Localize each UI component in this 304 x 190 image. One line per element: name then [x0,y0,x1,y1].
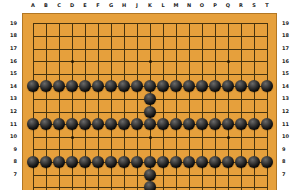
black-stone-R11[interactable] [235,118,247,130]
column-label-E: E [79,0,92,11]
row-label-left-14: 14 [3,83,17,90]
star-point-Q16 [227,60,230,63]
row-label-left-18: 18 [3,32,17,39]
row-label-right-10: 10 [282,133,296,140]
black-stone-A14[interactable] [27,80,39,92]
column-label-J: J [131,0,144,11]
black-stone-G8[interactable] [105,156,117,168]
grid-line-horizontal-17 [33,49,268,50]
row-label-right-19: 19 [282,20,296,27]
column-label-F: F [92,0,105,11]
star-point-K10 [149,136,152,139]
black-stone-C14[interactable] [53,80,65,92]
black-stone-A8[interactable] [27,156,39,168]
row-label-left-10: 10 [3,133,17,140]
black-stone-O8[interactable] [196,156,208,168]
black-stone-B14[interactable] [40,80,52,92]
black-stone-F14[interactable] [92,80,104,92]
black-stone-L8[interactable] [157,156,169,168]
black-stone-Q11[interactable] [222,118,234,130]
row-label-right-13: 13 [282,95,296,102]
column-label-R: R [235,0,248,11]
column-label-T: T [261,0,274,11]
black-stone-L11[interactable] [157,118,169,130]
black-stone-G14[interactable] [105,80,117,92]
black-stone-R8[interactable] [235,156,247,168]
row-label-left-12: 12 [3,108,17,115]
black-stone-H11[interactable] [118,118,130,130]
column-label-H: H [118,0,131,11]
grid-line-horizontal-15 [33,74,268,75]
black-stone-J8[interactable] [131,156,143,168]
column-label-G: G [105,0,118,11]
black-stone-D8[interactable] [66,156,78,168]
black-stone-B11[interactable] [40,118,52,130]
black-stone-S14[interactable] [248,80,260,92]
star-point-Q10 [227,136,230,139]
row-label-left-11: 11 [3,121,17,128]
column-label-K: K [144,0,157,11]
row-label-right-17: 17 [282,45,296,52]
black-stone-Q14[interactable] [222,80,234,92]
black-stone-H14[interactable] [118,80,130,92]
black-stone-O14[interactable] [196,80,208,92]
go-board-screenshot: ABCDEFGHJKLMNOPQRST191918181717161615151… [0,0,304,190]
black-stone-K6[interactable] [144,181,156,190]
black-stone-F8[interactable] [92,156,104,168]
column-label-O: O [196,0,209,11]
row-label-left-7: 7 [3,171,17,178]
black-stone-F11[interactable] [92,118,104,130]
column-label-Q: Q [222,0,235,11]
black-stone-G11[interactable] [105,118,117,130]
column-label-C: C [53,0,66,11]
black-stone-C11[interactable] [53,118,65,130]
black-stone-J14[interactable] [131,80,143,92]
black-stone-K11[interactable] [144,118,156,130]
row-label-right-8: 8 [282,158,296,165]
black-stone-R14[interactable] [235,80,247,92]
grid-line-horizontal-9 [33,149,268,150]
black-stone-K14[interactable] [144,80,156,92]
black-stone-M11[interactable] [170,118,182,130]
black-stone-M8[interactable] [170,156,182,168]
black-stone-M14[interactable] [170,80,182,92]
column-label-D: D [66,0,79,11]
black-stone-S8[interactable] [248,156,260,168]
black-stone-L14[interactable] [157,80,169,92]
black-stone-P8[interactable] [209,156,221,168]
row-label-left-15: 15 [3,70,17,77]
column-label-B: B [40,0,53,11]
black-stone-N14[interactable] [183,80,195,92]
black-stone-K12[interactable] [144,106,156,118]
go-board[interactable] [22,13,277,190]
column-label-A: A [27,0,40,11]
black-stone-E14[interactable] [79,80,91,92]
row-label-right-9: 9 [282,146,296,153]
row-label-right-16: 16 [282,58,296,65]
row-label-left-13: 13 [3,95,17,102]
column-label-L: L [157,0,170,11]
black-stone-K8[interactable] [144,156,156,168]
black-stone-Q8[interactable] [222,156,234,168]
black-stone-T11[interactable] [261,118,273,130]
black-stone-D11[interactable] [66,118,78,130]
row-label-right-14: 14 [282,83,296,90]
black-stone-N11[interactable] [183,118,195,130]
black-stone-K7[interactable] [144,169,156,181]
black-stone-C8[interactable] [53,156,65,168]
star-point-D10 [71,136,74,139]
black-stone-T14[interactable] [261,80,273,92]
black-stone-N8[interactable] [183,156,195,168]
black-stone-A11[interactable] [27,118,39,130]
column-label-P: P [209,0,222,11]
column-label-S: S [248,0,261,11]
black-stone-S11[interactable] [248,118,260,130]
star-point-D16 [71,60,74,63]
black-stone-H8[interactable] [118,156,130,168]
column-label-M: M [170,0,183,11]
row-label-right-11: 11 [282,121,296,128]
black-stone-E11[interactable] [79,118,91,130]
black-stone-P14[interactable] [209,80,221,92]
black-stone-D14[interactable] [66,80,78,92]
row-label-right-15: 15 [282,70,296,77]
row-label-right-7: 7 [282,171,296,178]
row-label-left-19: 19 [3,20,17,27]
black-stone-J11[interactable] [131,118,143,130]
star-point-K16 [149,60,152,63]
grid-line-horizontal-19 [33,23,268,24]
black-stone-K13[interactable] [144,93,156,105]
row-label-left-17: 17 [3,45,17,52]
row-label-right-12: 12 [282,108,296,115]
row-label-left-16: 16 [3,58,17,65]
black-stone-B8[interactable] [40,156,52,168]
black-stone-E8[interactable] [79,156,91,168]
grid-line-horizontal-18 [33,36,268,37]
black-stone-O11[interactable] [196,118,208,130]
column-label-N: N [183,0,196,11]
row-label-right-18: 18 [282,32,296,39]
black-stone-T8[interactable] [261,156,273,168]
row-label-left-8: 8 [3,158,17,165]
row-label-left-9: 9 [3,146,17,153]
black-stone-P11[interactable] [209,118,221,130]
